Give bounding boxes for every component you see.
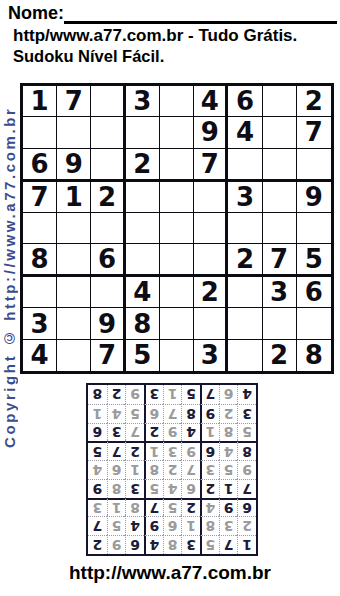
sudoku-cell[interactable]	[160, 182, 194, 213]
solution-cell: 9	[107, 535, 126, 554]
solution-cell: 1	[125, 460, 144, 479]
sudoku-cell[interactable]: 2	[126, 149, 160, 182]
sudoku-cell[interactable]: 2	[194, 277, 228, 308]
solution-cell: 3	[144, 385, 163, 404]
solution-cell: 7	[200, 385, 219, 404]
sudoku-cell[interactable]: 9	[297, 182, 331, 213]
solution-cell: 9	[144, 516, 163, 535]
solution-cell: 3	[107, 423, 126, 442]
solution-cell: 8	[107, 479, 126, 498]
sudoku-cell[interactable]: 1	[57, 182, 91, 213]
solution-grid-rotated: 1753846922381694576942578137126453899537…	[86, 383, 258, 556]
sudoku-cell[interactable]	[297, 213, 331, 244]
sudoku-cell[interactable]: 7	[297, 117, 331, 148]
solution-cell: 5	[88, 441, 107, 460]
sudoku-cell[interactable]	[91, 86, 125, 117]
sudoku-cell[interactable]	[160, 117, 194, 148]
solution-cell: 8	[144, 460, 163, 479]
sudoku-cell[interactable]	[160, 244, 194, 277]
sudoku-cell[interactable]	[263, 149, 297, 182]
sudoku-cell[interactable]	[23, 277, 57, 308]
sudoku-cell[interactable]: 8	[23, 244, 57, 277]
sudoku-cell[interactable]: 2	[228, 244, 262, 277]
solution-cell: 8	[163, 535, 182, 554]
sudoku-cell[interactable]	[126, 117, 160, 148]
sudoku-cell[interactable]: 2	[91, 182, 125, 213]
sudoku-cell[interactable]	[228, 277, 262, 308]
sudoku-cell[interactable]	[91, 149, 125, 182]
sudoku-cell[interactable]	[160, 277, 194, 308]
sudoku-cell[interactable]	[297, 308, 331, 339]
sudoku-cell[interactable]	[228, 213, 262, 244]
solution-cell: 4	[163, 479, 182, 498]
sudoku-cell[interactable]: 1	[23, 86, 57, 117]
sudoku-cell[interactable]	[91, 277, 125, 308]
sudoku-cell[interactable]: 6	[91, 244, 125, 277]
solution-cell: 2	[144, 423, 163, 442]
sudoku-cell[interactable]	[160, 86, 194, 117]
solution-cell: 6	[163, 516, 182, 535]
sudoku-cell[interactable]	[263, 308, 297, 339]
solution-cell: 3	[88, 498, 107, 517]
solution-cell: 9	[125, 385, 144, 404]
sudoku-cell[interactable]	[160, 308, 194, 339]
solution-cell: 7	[107, 441, 126, 460]
sudoku-cell[interactable]: 6	[297, 277, 331, 308]
solution-cell: 2	[88, 535, 107, 554]
solution-cell: 6	[200, 441, 219, 460]
solution-cell: 2	[163, 460, 182, 479]
sudoku-grid: 173462947692771239862754236398475328	[20, 83, 334, 374]
sudoku-cell[interactable]: 9	[194, 117, 228, 148]
solution-cell: 2	[219, 404, 238, 423]
solution-cell: 1	[200, 423, 219, 442]
solution-cell: 1	[163, 385, 182, 404]
sudoku-cell[interactable]	[263, 86, 297, 117]
sudoku-cell[interactable]	[194, 182, 228, 213]
solution-cell: 5	[125, 404, 144, 423]
sudoku-cell[interactable]: 4	[23, 340, 57, 371]
sudoku-cell[interactable]: 7	[194, 149, 228, 182]
sudoku-cell[interactable]	[126, 244, 160, 277]
sudoku-cell[interactable]	[57, 308, 91, 339]
sudoku-page: Nome: http/www.a77.com.br - Tudo Grátis.…	[0, 0, 340, 596]
solution-cell: 4	[200, 498, 219, 517]
solution-cell: 2	[107, 385, 126, 404]
sudoku-cell[interactable]: 9	[91, 308, 125, 339]
sudoku-cell[interactable]: 5	[297, 244, 331, 277]
copyright-vertical-text: Copyright © http://www.a77.com.br	[0, 60, 19, 448]
solution-cell: 1	[181, 516, 200, 535]
solution-cell: 7	[125, 423, 144, 442]
solution-cell: 6	[219, 385, 238, 404]
solution-cell: 7	[237, 479, 256, 498]
sudoku-cell[interactable]: 5	[126, 340, 160, 371]
solution-cell: 3	[200, 460, 219, 479]
solution-cell: 9	[237, 460, 256, 479]
sudoku-cell[interactable]: 4	[194, 86, 228, 117]
solution-cell: 7	[144, 498, 163, 517]
solution-cell: 6	[181, 479, 200, 498]
solution-cell: 4	[219, 441, 238, 460]
solution-cell: 2	[237, 516, 256, 535]
sudoku-cell[interactable]	[160, 149, 194, 182]
sudoku-cell[interactable]	[126, 213, 160, 244]
sudoku-cell[interactable]: 8	[297, 340, 331, 371]
solution-cell: 1	[219, 479, 238, 498]
page-title: Sudoku Nível Fácil.	[13, 47, 164, 66]
sudoku-cell[interactable]: 9	[57, 149, 91, 182]
solution-cell: 5	[144, 479, 163, 498]
solution-cell: 4	[88, 460, 107, 479]
solution-cell: 1	[88, 404, 107, 423]
site-title: http/www.a77.com.br - Tudo Grátis.	[13, 26, 297, 46]
sudoku-cell[interactable]	[194, 308, 228, 339]
solution-cell: 3	[181, 535, 200, 554]
sudoku-cell[interactable]: 4	[126, 277, 160, 308]
solution-cell: 9	[200, 404, 219, 423]
solution-cell: 4	[181, 423, 200, 442]
solution-cell: 3	[219, 516, 238, 535]
solution-cell: 1	[144, 441, 163, 460]
name-label: Nome:	[8, 3, 64, 24]
solution-cell: 4	[107, 404, 126, 423]
sudoku-cell[interactable]: 2	[263, 340, 297, 371]
sudoku-cell[interactable]	[126, 182, 160, 213]
solution-cell: 5	[163, 498, 182, 517]
sudoku-cell[interactable]	[228, 340, 262, 371]
sudoku-cell[interactable]: 7	[23, 182, 57, 213]
solution-cell: 3	[163, 441, 182, 460]
name-underline	[64, 21, 337, 24]
sudoku-cell[interactable]	[57, 213, 91, 244]
solution-cell: 4	[125, 516, 144, 535]
solution-cell: 8	[200, 516, 219, 535]
sudoku-cell[interactable]	[228, 149, 262, 182]
solution-cell: 5	[237, 423, 256, 442]
sudoku-cell[interactable]	[57, 340, 91, 371]
sudoku-cell[interactable]	[194, 244, 228, 277]
solution-cell: 1	[107, 498, 126, 517]
solution-cell: 6	[237, 498, 256, 517]
sudoku-cell[interactable]	[263, 182, 297, 213]
solution-cell: 7	[219, 535, 238, 554]
sudoku-cell[interactable]	[228, 308, 262, 339]
footer-url: http://www.a77.com.br	[0, 562, 340, 584]
sudoku-cell[interactable]	[23, 213, 57, 244]
sudoku-cell[interactable]	[263, 213, 297, 244]
sudoku-cell[interactable]: 3	[263, 277, 297, 308]
sudoku-cell[interactable]	[57, 277, 91, 308]
solution-cell: 7	[163, 404, 182, 423]
solution-cell: 5	[219, 460, 238, 479]
sudoku-cell[interactable]: 8	[126, 308, 160, 339]
solution-cell: 4	[144, 535, 163, 554]
sudoku-cell[interactable]: 6	[23, 149, 57, 182]
solution-cell: 1	[237, 535, 256, 554]
sudoku-cell[interactable]: 6	[228, 86, 262, 117]
solution-cell: 5	[181, 385, 200, 404]
solution-cell: 5	[107, 516, 126, 535]
solution-cell: 8	[181, 404, 200, 423]
sudoku-cell[interactable]: 3	[126, 86, 160, 117]
solution-cell: 2	[125, 441, 144, 460]
sudoku-cell[interactable]	[57, 244, 91, 277]
solution-cell: 6	[125, 535, 144, 554]
solution-cell: 9	[88, 479, 107, 498]
sudoku-cell[interactable]	[194, 213, 228, 244]
sudoku-cell[interactable]	[160, 340, 194, 371]
solution-cell: 2	[181, 498, 200, 517]
sudoku-cell[interactable]	[91, 213, 125, 244]
solution-cell: 3	[237, 404, 256, 423]
sudoku-cell[interactable]	[23, 117, 57, 148]
sudoku-cell[interactable]: 4	[228, 117, 262, 148]
sudoku-cell[interactable]: 3	[194, 340, 228, 371]
solution-cell: 4	[237, 385, 256, 404]
solution-cell: 8	[219, 423, 238, 442]
solution-cell: 3	[125, 479, 144, 498]
solution-cell: 6	[88, 423, 107, 442]
sudoku-cell[interactable]	[263, 117, 297, 148]
solution-cell: 6	[144, 404, 163, 423]
solution-cell: 8	[125, 498, 144, 517]
solution-cell: 2	[200, 479, 219, 498]
solution-cell: 5	[200, 535, 219, 554]
solution-cell: 8	[237, 441, 256, 460]
solution-cell: 9	[219, 498, 238, 517]
solution-cell: 8	[88, 385, 107, 404]
sudoku-cell[interactable]: 3	[23, 308, 57, 339]
sudoku-cell[interactable]: 3	[228, 182, 262, 213]
solution-cell: 9	[163, 423, 182, 442]
solution-cell: 7	[181, 460, 200, 479]
sudoku-cell[interactable]	[57, 117, 91, 148]
sudoku-cell[interactable]	[297, 149, 331, 182]
solution-cell: 9	[181, 441, 200, 460]
solution-cell: 7	[88, 516, 107, 535]
sudoku-cell[interactable]: 2	[297, 86, 331, 117]
solution-cell: 6	[107, 460, 126, 479]
sudoku-cell[interactable]	[160, 213, 194, 244]
sudoku-cell[interactable]: 7	[91, 340, 125, 371]
sudoku-cell[interactable]	[91, 117, 125, 148]
sudoku-cell[interactable]: 7	[57, 86, 91, 117]
sudoku-cell[interactable]: 7	[263, 244, 297, 277]
